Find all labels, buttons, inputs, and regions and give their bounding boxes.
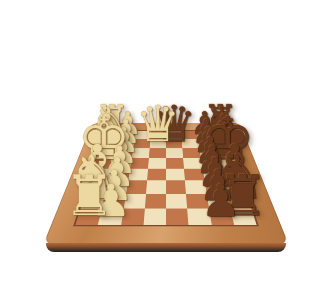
chess-product-photo: ♜♞♝♚♝♞♜♟♟♟♟♟♟♟♟♛♛♟♟♟♟♟♟♟♟♜♞♝♚♝♞♜ — [0, 0, 320, 289]
square-c2 — [106, 181, 128, 194]
square-h3 — [134, 131, 150, 139]
square-h4 — [150, 131, 166, 139]
square-f6 — [183, 148, 201, 158]
board-squares-grid — [75, 131, 256, 225]
square-a6 — [187, 208, 211, 225]
square-f3 — [131, 148, 149, 158]
square-g6 — [182, 139, 199, 148]
square-a3 — [121, 208, 145, 225]
square-a5 — [166, 208, 189, 225]
chess-board — [43, 123, 289, 245]
square-c8 — [223, 181, 246, 194]
square-b4 — [145, 194, 166, 209]
square-f4 — [149, 148, 166, 158]
square-e4 — [148, 158, 166, 169]
square-a2 — [98, 208, 123, 225]
square-b6 — [186, 194, 208, 209]
square-d2 — [109, 169, 130, 181]
square-h6 — [181, 131, 197, 139]
square-h5 — [166, 131, 182, 139]
square-b2 — [102, 194, 126, 209]
square-d6 — [184, 169, 204, 181]
square-c3 — [126, 181, 147, 194]
square-d8 — [220, 169, 242, 181]
square-b5 — [166, 194, 187, 209]
square-f8 — [216, 148, 236, 158]
square-c6 — [185, 181, 206, 194]
square-c4 — [146, 181, 166, 194]
square-e2 — [112, 158, 132, 169]
square-d5 — [166, 169, 185, 181]
square-g5 — [166, 139, 183, 148]
square-a4 — [143, 208, 166, 225]
square-e5 — [166, 158, 184, 169]
square-g4 — [149, 139, 166, 148]
square-h2 — [119, 131, 136, 139]
square-c5 — [166, 181, 186, 194]
square-e8 — [218, 158, 239, 169]
square-g8 — [213, 139, 232, 148]
square-b3 — [123, 194, 145, 209]
square-f5 — [166, 148, 183, 158]
square-d4 — [147, 169, 166, 181]
square-g3 — [133, 139, 150, 148]
square-e3 — [130, 158, 149, 169]
square-h8 — [211, 131, 229, 139]
square-e6 — [183, 158, 202, 169]
square-b8 — [226, 194, 251, 209]
square-g2 — [116, 139, 134, 148]
square-f2 — [114, 148, 133, 158]
board-frame — [43, 123, 289, 245]
square-d3 — [128, 169, 148, 181]
board-front-edge — [46, 243, 286, 252]
